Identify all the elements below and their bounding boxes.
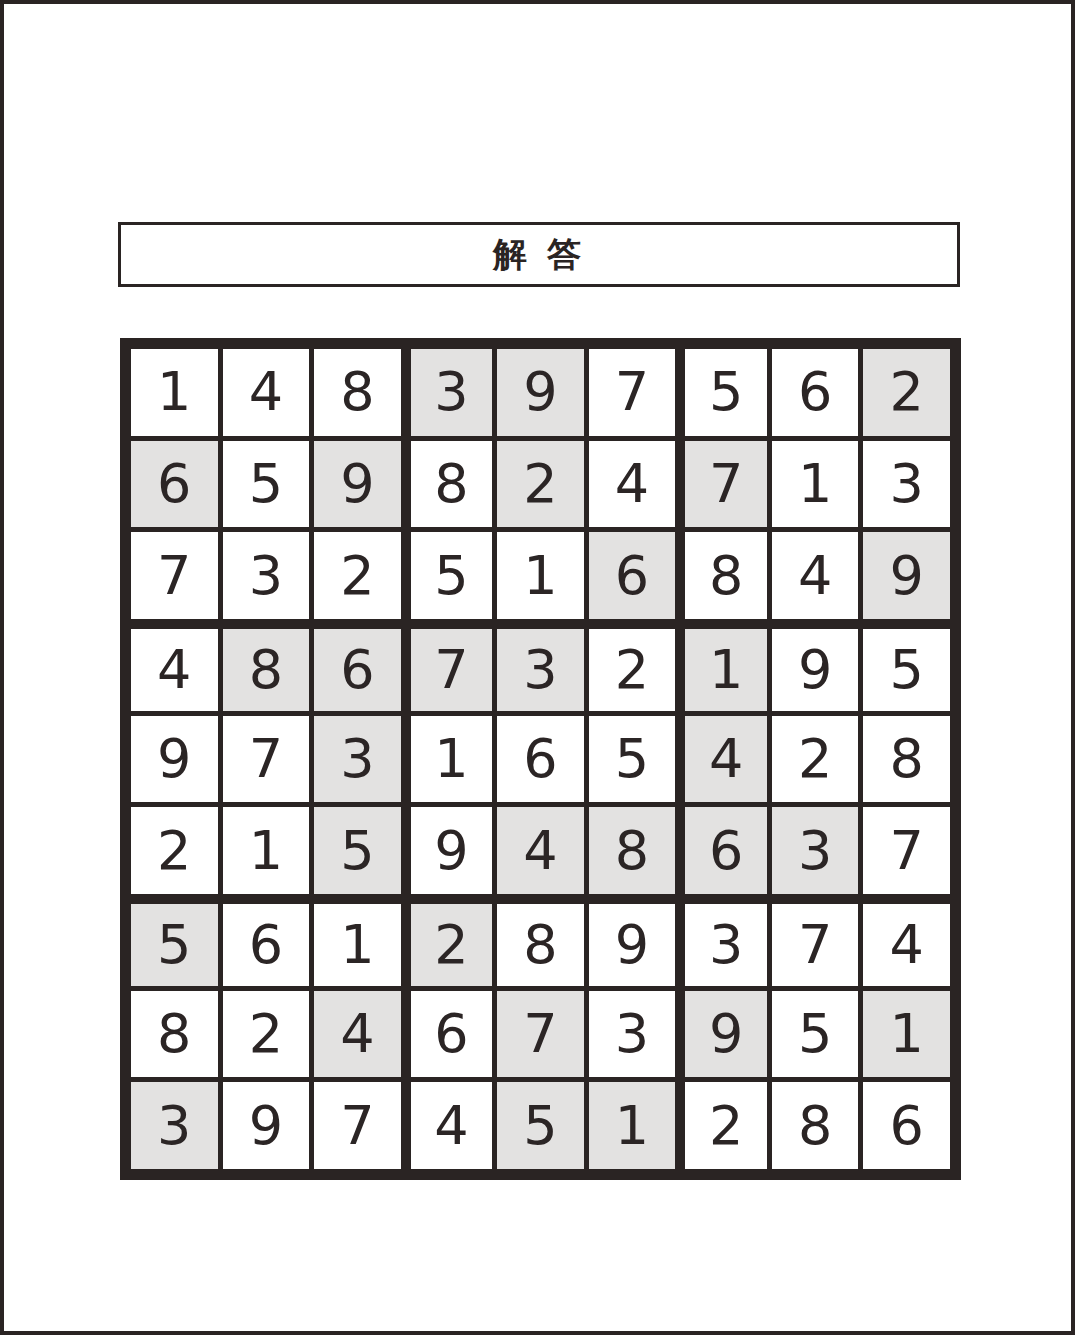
cell-r7c4: 2 — [406, 899, 493, 986]
cell-r2c1: 6 — [131, 441, 218, 528]
cell-r4c7: 1 — [680, 624, 767, 711]
cell-r4c4: 7 — [406, 624, 493, 711]
cell-r1c2: 4 — [223, 349, 310, 436]
cell-r1c8: 6 — [772, 349, 859, 436]
cell-r1c6: 7 — [589, 349, 676, 436]
cell-r4c3: 6 — [314, 624, 401, 711]
cell-r8c6: 3 — [589, 991, 676, 1078]
cell-r1c3: 8 — [314, 349, 401, 436]
cell-r6c2: 1 — [223, 807, 310, 894]
cell-r3c5: 1 — [497, 532, 584, 619]
cell-r7c9: 4 — [863, 899, 950, 986]
cell-r6c4: 9 — [406, 807, 493, 894]
cell-r8c1: 8 — [131, 991, 218, 1078]
cell-r7c1: 5 — [131, 899, 218, 986]
page-title: 解 答 — [493, 232, 585, 278]
cell-r6c3: 5 — [314, 807, 401, 894]
cell-r3c6: 6 — [589, 532, 676, 619]
cell-r4c2: 8 — [223, 624, 310, 711]
cell-r2c9: 3 — [863, 441, 950, 528]
cell-r9c9: 6 — [863, 1082, 950, 1169]
cell-r9c4: 4 — [406, 1082, 493, 1169]
cell-r3c2: 3 — [223, 532, 310, 619]
cell-r5c3: 3 — [314, 716, 401, 803]
cell-r8c8: 5 — [772, 991, 859, 1078]
cell-r1c9: 2 — [863, 349, 950, 436]
cell-r1c5: 9 — [497, 349, 584, 436]
cell-r4c9: 5 — [863, 624, 950, 711]
cell-r5c2: 7 — [223, 716, 310, 803]
cell-r6c9: 7 — [863, 807, 950, 894]
cell-r5c5: 6 — [497, 716, 584, 803]
cell-r1c4: 3 — [406, 349, 493, 436]
cell-r7c2: 6 — [223, 899, 310, 986]
cell-r9c2: 9 — [223, 1082, 310, 1169]
cell-r3c8: 4 — [772, 532, 859, 619]
cell-r3c3: 2 — [314, 532, 401, 619]
page: 解 答 148397562659824713732516849486732195… — [0, 0, 1075, 1335]
cell-r3c4: 5 — [406, 532, 493, 619]
cell-r8c3: 4 — [314, 991, 401, 1078]
cell-r1c1: 1 — [131, 349, 218, 436]
cell-r8c7: 9 — [680, 991, 767, 1078]
cell-r9c3: 7 — [314, 1082, 401, 1169]
sudoku-board: 1483975626598247137325168494867321959731… — [120, 338, 961, 1180]
cell-r8c4: 6 — [406, 991, 493, 1078]
cell-r9c5: 5 — [497, 1082, 584, 1169]
cell-r7c8: 7 — [772, 899, 859, 986]
cell-r5c6: 5 — [589, 716, 676, 803]
cell-r7c7: 3 — [680, 899, 767, 986]
cell-r6c6: 8 — [589, 807, 676, 894]
cell-r2c2: 5 — [223, 441, 310, 528]
cell-r2c5: 2 — [497, 441, 584, 528]
cell-r2c3: 9 — [314, 441, 401, 528]
cell-r5c7: 4 — [680, 716, 767, 803]
cell-r5c4: 1 — [406, 716, 493, 803]
cell-r4c6: 2 — [589, 624, 676, 711]
cell-r7c3: 1 — [314, 899, 401, 986]
cell-r1c7: 5 — [680, 349, 767, 436]
cell-r2c4: 8 — [406, 441, 493, 528]
cell-r2c6: 4 — [589, 441, 676, 528]
cell-r9c1: 3 — [131, 1082, 218, 1169]
cell-r8c9: 1 — [863, 991, 950, 1078]
cell-r5c9: 8 — [863, 716, 950, 803]
cell-r7c5: 8 — [497, 899, 584, 986]
cell-r8c2: 2 — [223, 991, 310, 1078]
cell-r4c5: 3 — [497, 624, 584, 711]
cell-r5c8: 2 — [772, 716, 859, 803]
cell-r2c7: 7 — [680, 441, 767, 528]
cell-r6c7: 6 — [680, 807, 767, 894]
cell-r4c8: 9 — [772, 624, 859, 711]
cell-r4c1: 4 — [131, 624, 218, 711]
cell-r7c6: 9 — [589, 899, 676, 986]
cell-r9c8: 8 — [772, 1082, 859, 1169]
cell-r3c9: 9 — [863, 532, 950, 619]
cell-r6c1: 2 — [131, 807, 218, 894]
cell-r2c8: 1 — [772, 441, 859, 528]
cell-r9c7: 2 — [680, 1082, 767, 1169]
cell-r9c6: 1 — [589, 1082, 676, 1169]
title-box: 解 答 — [118, 222, 960, 287]
cell-r6c5: 4 — [497, 807, 584, 894]
cell-r8c5: 7 — [497, 991, 584, 1078]
cell-r3c1: 7 — [131, 532, 218, 619]
cell-r5c1: 9 — [131, 716, 218, 803]
cell-r3c7: 8 — [680, 532, 767, 619]
cell-r6c8: 3 — [772, 807, 859, 894]
